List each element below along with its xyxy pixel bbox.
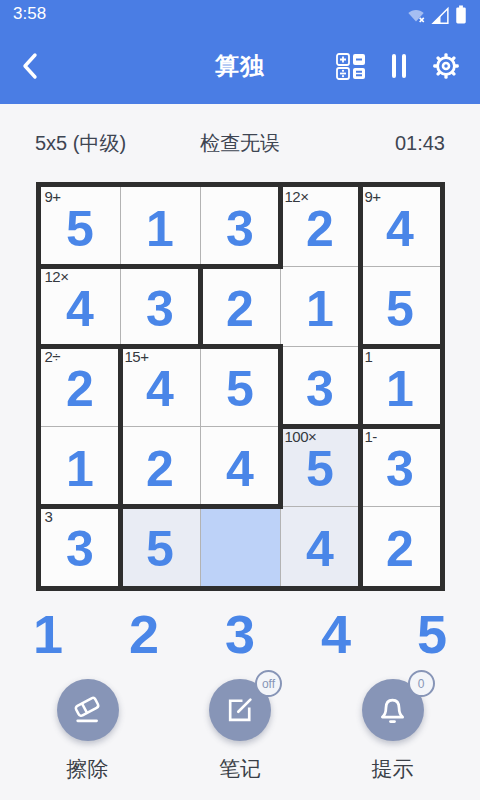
hint-button[interactable]: 0 提示	[328, 679, 458, 783]
cage-border	[198, 344, 283, 349]
pause-icon	[390, 53, 408, 79]
cell-r1c4[interactable]: 12×2	[281, 187, 360, 266]
erase-button[interactable]: 擦除	[23, 679, 153, 783]
cell-r2c1[interactable]: 12×4	[41, 267, 120, 346]
cell-value: 2	[361, 507, 440, 586]
cell-r3c4[interactable]: 3	[281, 347, 360, 426]
cell-r3c3[interactable]: 5	[201, 347, 280, 426]
battery-icon	[455, 5, 467, 24]
cell-value: 5	[121, 507, 200, 586]
cell-r1c3[interactable]: 3	[201, 187, 280, 266]
numpad-2[interactable]: 2	[96, 603, 192, 665]
numpad-1[interactable]: 1	[0, 603, 96, 665]
cell-value: 2	[121, 427, 200, 506]
cell-value: 5	[361, 267, 440, 346]
cage-label: 9+	[45, 188, 61, 205]
cage-label: 2÷	[45, 348, 61, 365]
cage-label: 12×	[45, 268, 69, 285]
level-label: 5x5 (中级)	[35, 130, 185, 157]
cage-border	[278, 184, 283, 269]
cell-value: 3	[201, 187, 280, 266]
cage-label: 15+	[125, 348, 149, 365]
notes-button-circle: off	[209, 679, 271, 741]
numpad-4[interactable]: 4	[288, 603, 384, 665]
cell-r1c2[interactable]: 1	[121, 187, 200, 266]
wifi-off-icon	[406, 6, 426, 24]
cell-r1c5[interactable]: 9+4	[361, 187, 440, 266]
cage-border	[278, 344, 283, 429]
pencil-note-icon	[225, 695, 255, 725]
notes-label: 笔记	[219, 755, 261, 783]
app-bar: 算独	[0, 28, 480, 104]
cell-r5c2[interactable]: 5	[121, 507, 200, 586]
cell-value: 1	[41, 427, 120, 506]
cage-border	[358, 504, 363, 589]
cell-value: 5	[201, 347, 280, 426]
cell-value: 2	[201, 267, 280, 346]
numpad-3[interactable]: 3	[192, 603, 288, 665]
cage-label: 12×	[285, 188, 309, 205]
cell-r1c1[interactable]: 9+5	[41, 187, 120, 266]
cage-border	[358, 424, 363, 509]
check-status: 检查无误	[185, 130, 295, 157]
cell-r2c2[interactable]: 3	[121, 267, 200, 346]
calculator-icon	[336, 53, 366, 80]
cell-r5c3[interactable]	[201, 507, 280, 586]
cage-label: 1-	[365, 428, 377, 445]
cage-border	[118, 424, 123, 509]
timer: 01:43	[295, 132, 445, 155]
back-chevron-icon	[20, 51, 42, 81]
cage-border	[198, 264, 283, 269]
cage-label: 100×	[285, 428, 317, 445]
hint-badge: 0	[408, 670, 435, 697]
pause-button[interactable]	[390, 53, 408, 79]
cell-value: 3	[41, 507, 120, 586]
back-button[interactable]	[20, 51, 42, 81]
cell-r5c1[interactable]: 33	[41, 507, 120, 586]
cell-r4c2[interactable]: 2	[121, 427, 200, 506]
calculator-mode-button[interactable]	[336, 53, 366, 80]
cage-border	[198, 504, 283, 509]
cell-value: 1	[361, 347, 440, 426]
cell-value: 1	[281, 267, 360, 346]
clock: 3:58	[13, 4, 46, 24]
cage-border	[358, 184, 363, 269]
cell-value: 3	[121, 267, 200, 346]
cell-r2c5[interactable]: 5	[361, 267, 440, 346]
kenken-board: 9+51312×29+412×432152÷215+45311124100×51…	[36, 182, 445, 591]
cage-border	[198, 264, 203, 349]
bell-icon	[377, 695, 408, 726]
cage-label: 9+	[365, 188, 381, 205]
cell-r5c4[interactable]: 4	[281, 507, 360, 586]
cage-label: 1	[365, 348, 373, 365]
cage-border	[278, 424, 283, 509]
cage-border	[118, 344, 123, 429]
cell-r4c4[interactable]: 100×5	[281, 427, 360, 506]
gear-icon	[432, 52, 460, 80]
cell-r4c1[interactable]: 1	[41, 427, 120, 506]
notes-button[interactable]: off 笔记	[175, 679, 305, 783]
cell-r4c3[interactable]: 4	[201, 427, 280, 506]
settings-button[interactable]	[432, 52, 460, 80]
hint-button-circle: 0	[362, 679, 424, 741]
action-bar: 擦除 off 笔记 0 提示	[0, 679, 480, 783]
cell-r3c2[interactable]: 15+4	[121, 347, 200, 426]
cage-border	[118, 504, 123, 589]
notes-badge: off	[255, 670, 282, 697]
status-bar: 3:58	[0, 0, 480, 28]
info-bar: 5x5 (中级) 检查无误 01:43	[0, 104, 480, 182]
cell-r3c1[interactable]: 2÷2	[41, 347, 120, 426]
erase-label: 擦除	[67, 755, 109, 783]
cell-r3c5[interactable]: 11	[361, 347, 440, 426]
cell-r4c5[interactable]: 1-3	[361, 427, 440, 506]
number-pad: 1 2 3 4 5	[0, 603, 480, 665]
erase-button-circle	[57, 679, 119, 741]
numpad-5[interactable]: 5	[384, 603, 480, 665]
cell-value: 3	[281, 347, 360, 426]
cell-r2c4[interactable]: 1	[281, 267, 360, 346]
cage-border	[118, 264, 203, 269]
eraser-icon	[72, 694, 104, 726]
cage-border	[358, 344, 363, 429]
cage-label: 3	[45, 508, 53, 525]
cell-value: 4	[201, 427, 280, 506]
cell-value: 1	[121, 187, 200, 266]
signal-icon	[431, 6, 450, 24]
cell-value: 4	[281, 507, 360, 586]
cage-border	[358, 264, 363, 349]
cell-r2c3[interactable]: 2	[201, 267, 280, 346]
hint-label: 提示	[372, 755, 414, 783]
cell-r5c5[interactable]: 2	[361, 507, 440, 586]
cage-border	[118, 504, 203, 509]
